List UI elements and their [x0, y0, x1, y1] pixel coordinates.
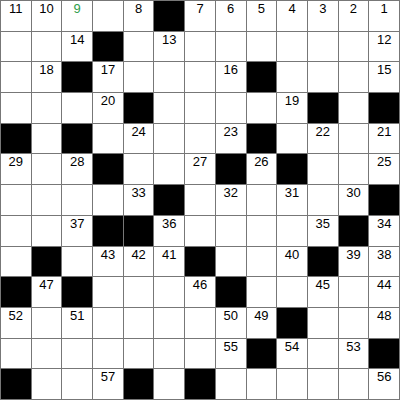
letter-cell[interactable] — [308, 62, 338, 92]
block-cell — [1, 369, 31, 399]
letter-cell[interactable] — [339, 308, 369, 338]
letter-cell[interactable]: 10 — [32, 1, 62, 31]
letter-cell[interactable] — [339, 277, 369, 307]
block-cell — [369, 339, 399, 369]
block-cell — [62, 277, 92, 307]
clue-number: 11 — [1, 2, 31, 15]
block-cell — [216, 154, 246, 184]
block-cell — [185, 247, 215, 277]
clue-number: 7 — [185, 2, 215, 15]
block-cell — [124, 93, 154, 123]
letter-cell[interactable] — [93, 339, 123, 369]
block-cell — [154, 185, 184, 215]
clue-number: 31 — [277, 186, 307, 199]
block-cell — [124, 216, 154, 246]
letter-cell[interactable]: 55 — [216, 339, 246, 369]
letter-cell[interactable]: 52 — [1, 308, 31, 338]
letter-cell[interactable] — [339, 124, 369, 154]
letter-cell[interactable] — [216, 93, 246, 123]
letter-cell[interactable]: 32 — [216, 185, 246, 215]
letter-cell[interactable]: 42 — [124, 247, 154, 277]
letter-cell[interactable]: 41 — [154, 247, 184, 277]
letter-cell[interactable]: 27 — [185, 154, 215, 184]
letter-cell[interactable]: 47 — [32, 277, 62, 307]
letter-cell[interactable] — [154, 154, 184, 184]
letter-cell[interactable] — [247, 369, 277, 399]
letter-cell[interactable] — [1, 216, 31, 246]
letter-cell[interactable] — [277, 277, 307, 307]
letter-cell[interactable] — [154, 339, 184, 369]
letter-cell[interactable] — [308, 339, 338, 369]
letter-cell[interactable]: 39 — [339, 247, 369, 277]
letter-cell[interactable]: 7 — [185, 1, 215, 31]
letter-cell[interactable] — [308, 154, 338, 184]
letter-cell[interactable] — [216, 216, 246, 246]
letter-cell[interactable]: 3 — [308, 1, 338, 31]
letter-cell[interactable]: 46 — [185, 277, 215, 307]
block-cell — [277, 154, 307, 184]
block-cell — [93, 154, 123, 184]
letter-cell[interactable]: 53 — [339, 339, 369, 369]
clue-number: 33 — [124, 186, 154, 199]
letter-cell[interactable] — [1, 93, 31, 123]
clue-number: 14 — [62, 33, 92, 46]
letter-cell[interactable]: 23 — [216, 124, 246, 154]
clue-number: 12 — [369, 33, 399, 46]
letter-cell[interactable]: 9 — [62, 1, 92, 31]
clue-number: 17 — [93, 63, 123, 76]
clue-number: 29 — [1, 155, 31, 168]
clue-number: 44 — [369, 278, 399, 291]
block-cell — [339, 216, 369, 246]
letter-cell[interactable] — [32, 93, 62, 123]
clue-number: 43 — [93, 248, 123, 261]
letter-cell[interactable] — [62, 93, 92, 123]
clue-number: 4 — [277, 2, 307, 15]
letter-cell[interactable] — [185, 339, 215, 369]
letter-cell[interactable] — [247, 32, 277, 62]
clue-number: 52 — [1, 309, 31, 322]
letter-cell[interactable] — [216, 247, 246, 277]
clue-number: 42 — [124, 248, 154, 261]
block-cell — [154, 1, 184, 31]
clue-number: 37 — [62, 217, 92, 230]
letter-cell[interactable] — [277, 32, 307, 62]
letter-cell[interactable] — [124, 277, 154, 307]
clue-number: 51 — [62, 309, 92, 322]
clue-number: 36 — [154, 217, 184, 230]
letter-cell[interactable]: 5 — [247, 1, 277, 31]
letter-cell[interactable] — [185, 216, 215, 246]
letter-cell[interactable] — [247, 247, 277, 277]
clue-number: 47 — [32, 278, 62, 291]
clue-number: 41 — [154, 248, 184, 261]
letter-cell[interactable] — [308, 369, 338, 399]
block-cell — [247, 339, 277, 369]
letter-cell[interactable] — [154, 93, 184, 123]
letter-cell[interactable] — [93, 185, 123, 215]
letter-cell[interactable] — [124, 339, 154, 369]
clue-number: 2 — [339, 2, 369, 15]
letter-cell[interactable] — [62, 247, 92, 277]
letter-cell[interactable]: 22 — [308, 124, 338, 154]
letter-cell[interactable]: 48 — [369, 308, 399, 338]
letter-cell[interactable]: 56 — [369, 369, 399, 399]
clue-number: 54 — [277, 340, 307, 353]
block-cell — [93, 32, 123, 62]
letter-cell[interactable] — [185, 93, 215, 123]
letter-cell[interactable]: 1 — [369, 1, 399, 31]
letter-cell[interactable] — [277, 62, 307, 92]
letter-cell[interactable]: 6 — [216, 1, 246, 31]
letter-cell[interactable] — [124, 154, 154, 184]
letter-cell[interactable] — [93, 277, 123, 307]
block-cell — [185, 369, 215, 399]
block-cell — [32, 247, 62, 277]
clue-number: 23 — [216, 125, 246, 138]
letter-cell[interactable]: 50 — [216, 308, 246, 338]
letter-cell[interactable]: 8 — [124, 1, 154, 31]
clue-number: 6 — [216, 2, 246, 15]
clue-number: 26 — [247, 155, 277, 168]
clue-number: 45 — [308, 278, 338, 291]
letter-cell[interactable] — [247, 185, 277, 215]
letter-cell[interactable]: 20 — [93, 93, 123, 123]
letter-cell[interactable] — [124, 32, 154, 62]
clue-number: 53 — [339, 340, 369, 353]
letter-cell[interactable] — [277, 216, 307, 246]
letter-cell[interactable] — [339, 369, 369, 399]
letter-cell[interactable]: 36 — [154, 216, 184, 246]
crossword-grid: 1110987654321141312181716152019242322212… — [0, 0, 400, 400]
letter-cell[interactable]: 19 — [277, 93, 307, 123]
letter-cell[interactable] — [185, 62, 215, 92]
letter-cell[interactable] — [308, 308, 338, 338]
letter-cell[interactable] — [185, 308, 215, 338]
block-cell — [1, 277, 31, 307]
block-cell — [308, 247, 338, 277]
letter-cell[interactable] — [247, 216, 277, 246]
letter-cell[interactable] — [185, 185, 215, 215]
letter-cell[interactable]: 11 — [1, 1, 31, 31]
letter-cell[interactable]: 44 — [369, 277, 399, 307]
letter-cell[interactable]: 45 — [308, 277, 338, 307]
clue-number: 55 — [216, 340, 246, 353]
letter-cell[interactable]: 54 — [277, 339, 307, 369]
clue-number: 3 — [308, 2, 338, 15]
letter-cell[interactable]: 16 — [216, 62, 246, 92]
block-cell — [93, 216, 123, 246]
letter-cell[interactable] — [62, 185, 92, 215]
letter-cell[interactable]: 49 — [247, 308, 277, 338]
clue-number: 38 — [369, 248, 399, 261]
letter-cell[interactable]: 18 — [32, 62, 62, 92]
clue-number: 40 — [277, 248, 307, 261]
clue-number: 27 — [185, 155, 215, 168]
clue-number: 18 — [32, 63, 62, 76]
letter-cell[interactable] — [93, 124, 123, 154]
clue-number: 50 — [216, 309, 246, 322]
clue-number: 57 — [93, 370, 123, 383]
clue-number: 20 — [93, 94, 123, 107]
clue-number: 28 — [62, 155, 92, 168]
letter-cell[interactable] — [216, 32, 246, 62]
letter-cell[interactable]: 13 — [154, 32, 184, 62]
letter-cell[interactable]: 24 — [124, 124, 154, 154]
letter-cell[interactable]: 15 — [369, 62, 399, 92]
clue-number: 56 — [369, 370, 399, 383]
letter-cell[interactable] — [32, 124, 62, 154]
letter-cell[interactable] — [32, 339, 62, 369]
letter-cell[interactable] — [1, 62, 31, 92]
letter-cell[interactable]: 25 — [369, 154, 399, 184]
letter-cell[interactable]: 57 — [93, 369, 123, 399]
clue-number: 49 — [247, 309, 277, 322]
letter-cell[interactable] — [308, 185, 338, 215]
letter-cell[interactable]: 51 — [62, 308, 92, 338]
letter-cell[interactable] — [32, 216, 62, 246]
letter-cell[interactable] — [93, 308, 123, 338]
clue-number: 30 — [339, 186, 369, 199]
letter-cell[interactable] — [277, 124, 307, 154]
letter-cell[interactable] — [32, 154, 62, 184]
letter-cell[interactable]: 38 — [369, 247, 399, 277]
letter-cell[interactable]: 17 — [93, 62, 123, 92]
letter-cell[interactable] — [32, 369, 62, 399]
clue-number: 48 — [369, 309, 399, 322]
block-cell — [369, 93, 399, 123]
clue-number: 21 — [369, 125, 399, 138]
letter-cell[interactable] — [185, 124, 215, 154]
letter-cell[interactable] — [247, 93, 277, 123]
block-cell — [277, 308, 307, 338]
clue-number: 13 — [154, 33, 184, 46]
letter-cell[interactable]: 40 — [277, 247, 307, 277]
letter-cell[interactable] — [1, 247, 31, 277]
letter-cell[interactable] — [62, 339, 92, 369]
clue-number-highlighted: 9 — [62, 2, 92, 15]
clue-number: 8 — [124, 2, 154, 15]
letter-cell[interactable]: 12 — [369, 32, 399, 62]
letter-cell[interactable]: 14 — [62, 32, 92, 62]
letter-cell[interactable]: 30 — [339, 185, 369, 215]
letter-cell[interactable] — [277, 369, 307, 399]
clue-number: 19 — [277, 94, 307, 107]
clue-number: 5 — [247, 2, 277, 15]
letter-cell[interactable] — [185, 32, 215, 62]
letter-cell[interactable] — [154, 124, 184, 154]
letter-cell[interactable] — [339, 62, 369, 92]
clue-number: 39 — [339, 248, 369, 261]
letter-cell[interactable] — [339, 32, 369, 62]
letter-cell[interactable]: 26 — [247, 154, 277, 184]
letter-cell[interactable] — [216, 369, 246, 399]
letter-cell[interactable] — [154, 277, 184, 307]
letter-cell[interactable] — [247, 277, 277, 307]
block-cell — [1, 124, 31, 154]
clue-number: 10 — [32, 2, 62, 15]
letter-cell[interactable] — [124, 62, 154, 92]
letter-cell[interactable] — [154, 369, 184, 399]
letter-cell[interactable] — [124, 308, 154, 338]
letter-cell[interactable] — [308, 32, 338, 62]
letter-cell[interactable]: 4 — [277, 1, 307, 31]
letter-cell[interactable]: 43 — [93, 247, 123, 277]
letter-cell[interactable]: 33 — [124, 185, 154, 215]
clue-number: 1 — [369, 2, 399, 15]
block-cell — [247, 124, 277, 154]
clue-number: 35 — [308, 217, 338, 230]
letter-cell[interactable] — [62, 369, 92, 399]
clue-number: 34 — [369, 217, 399, 230]
block-cell — [124, 369, 154, 399]
letter-cell[interactable] — [339, 93, 369, 123]
clue-number: 25 — [369, 155, 399, 168]
block-cell — [216, 277, 246, 307]
clue-number: 24 — [124, 125, 154, 138]
clue-number: 15 — [369, 63, 399, 76]
letter-cell[interactable] — [1, 339, 31, 369]
letter-cell[interactable] — [1, 32, 31, 62]
letter-cell[interactable]: 34 — [369, 216, 399, 246]
letter-cell[interactable]: 37 — [62, 216, 92, 246]
letter-cell[interactable] — [154, 308, 184, 338]
block-cell — [62, 124, 92, 154]
block-cell — [369, 185, 399, 215]
letter-cell[interactable]: 29 — [1, 154, 31, 184]
letter-cell[interactable]: 28 — [62, 154, 92, 184]
letter-cell[interactable] — [32, 185, 62, 215]
block-cell — [308, 93, 338, 123]
letter-cell[interactable]: 2 — [339, 1, 369, 31]
letter-cell[interactable] — [93, 1, 123, 31]
letter-cell[interactable]: 35 — [308, 216, 338, 246]
letter-cell[interactable]: 21 — [369, 124, 399, 154]
clue-number: 16 — [216, 63, 246, 76]
block-cell — [62, 62, 92, 92]
letter-cell[interactable]: 31 — [277, 185, 307, 215]
block-cell — [247, 62, 277, 92]
letter-cell[interactable] — [1, 185, 31, 215]
clue-number: 22 — [308, 125, 338, 138]
clue-number: 46 — [185, 278, 215, 291]
letter-cell[interactable] — [32, 32, 62, 62]
letter-cell[interactable] — [32, 308, 62, 338]
letter-cell[interactable] — [154, 62, 184, 92]
clue-number: 32 — [216, 186, 246, 199]
letter-cell[interactable] — [339, 154, 369, 184]
